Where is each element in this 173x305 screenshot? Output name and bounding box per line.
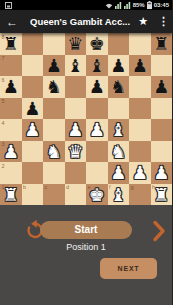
square-g3[interactable] [129,141,151,163]
piece-black-knight[interactable]: ♞ [110,76,126,97]
square-f2[interactable]: ♟ [108,162,130,184]
square-h5[interactable] [151,98,173,120]
coord-label-a5: 5 [2,98,6,104]
square-g6[interactable] [129,76,151,98]
notification-icon [5,2,12,9]
signal-bars-icon [124,1,131,9]
square-b2[interactable] [22,162,44,184]
square-c7[interactable]: ♟ [43,55,65,77]
app-screen: 85% 03:45 ← Queen's Gambit Acc... ★ ⋮ 8♜… [0,0,172,305]
square-d6[interactable] [65,76,87,98]
square-h2[interactable]: ♟ [151,162,173,184]
wifi-icon [105,2,113,9]
square-d7[interactable]: ♝ [65,55,87,77]
piece-black-knight[interactable]: ♞ [46,76,62,97]
square-g7[interactable]: ♟ [129,55,151,77]
square-d3[interactable]: ♛ [65,141,87,163]
back-button[interactable]: ← [6,15,22,29]
chess-board: 8♜♛♚♜7♟♝♝♟♟6♟♞♟♞♟5♟4♟♟♟♝3♟♞♛♞2♟♟♟1a♜bcde… [0,33,172,205]
square-g1[interactable]: g [129,184,151,206]
square-e6[interactable]: ♟ [86,76,108,98]
square-c8[interactable] [43,33,65,55]
square-g2[interactable]: ♟ [129,162,151,184]
square-b8[interactable] [22,33,44,55]
square-e4[interactable]: ♟ [86,119,108,141]
square-c6[interactable]: ♞ [43,76,65,98]
square-a2[interactable]: 2 [0,162,22,184]
overflow-menu-icon[interactable]: ⋮ [158,15,166,28]
square-a5[interactable]: 5 [0,98,22,120]
square-d1[interactable]: d [65,184,87,206]
square-f7[interactable]: ♟ [108,55,130,77]
piece-white-bishop[interactable]: ♝ [110,184,126,205]
piece-black-pawn[interactable]: ♟ [46,55,62,76]
square-a6[interactable]: 6♟ [0,76,22,98]
square-c1[interactable]: c [43,184,65,206]
piece-black-pawn[interactable]: ♟ [24,98,40,119]
piece-white-rook[interactable]: ♜ [3,184,19,205]
piece-white-pawn[interactable]: ♟ [67,119,83,140]
coord-label-a7: 7 [2,55,6,61]
piece-white-pawn[interactable]: ♟ [110,162,126,183]
piece-black-bishop[interactable]: ♝ [67,55,83,76]
square-h7[interactable] [151,55,173,77]
square-h6[interactable]: ♟ [151,76,173,98]
coord-label-b1: b [23,184,27,190]
app-bar: ← Queen's Gambit Acc... ★ ⋮ [0,10,172,33]
square-a1[interactable]: 1a♜ [0,184,22,206]
square-g4[interactable] [129,119,151,141]
page-title: Queen's Gambit Acc... [30,16,138,27]
square-e1[interactable]: e♚ [86,184,108,206]
square-c2[interactable] [43,162,65,184]
battery-icon [147,1,152,9]
square-a3[interactable]: 3♟ [0,141,22,163]
square-d4[interactable]: ♟ [65,119,87,141]
start-button[interactable]: Start [40,221,132,239]
square-h3[interactable] [151,141,173,163]
piece-white-queen[interactable]: ♛ [67,141,83,162]
square-d2[interactable] [65,162,87,184]
square-b4[interactable]: ♟ [22,119,44,141]
status-bar: 85% 03:45 [0,0,172,10]
piece-black-king[interactable]: ♚ [89,33,105,54]
square-f4[interactable]: ♝ [108,119,130,141]
square-g8[interactable] [129,33,151,55]
square-e3[interactable] [86,141,108,163]
square-f5[interactable] [108,98,130,120]
coord-label-a4: 4 [2,120,6,126]
piece-black-pawn[interactable]: ♟ [89,76,105,97]
next-button[interactable]: NEXT [100,258,157,279]
piece-white-pawn[interactable]: ♟ [3,141,19,162]
square-e2[interactable] [86,162,108,184]
chevron-right-icon[interactable] [152,220,166,242]
coord-label-d1: d [66,184,70,190]
piece-black-rook[interactable]: ♜ [153,33,169,54]
square-e8[interactable]: ♚ [86,33,108,55]
piece-white-king[interactable]: ♚ [89,184,105,205]
square-h8[interactable]: ♜ [151,33,173,55]
square-b3[interactable] [22,141,44,163]
square-d5[interactable] [65,98,87,120]
square-b7[interactable] [22,55,44,77]
piece-black-bishop[interactable]: ♝ [89,55,105,76]
piece-black-pawn[interactable]: ♟ [110,55,126,76]
piece-white-pawn[interactable]: ♟ [24,119,40,140]
piece-black-rook[interactable]: ♜ [3,33,19,54]
square-f6[interactable]: ♞ [108,76,130,98]
battery-percent: 85% [133,0,145,10]
square-e5[interactable] [86,98,108,120]
square-b1[interactable]: b [22,184,44,206]
square-c3[interactable]: ♞ [43,141,65,163]
square-a4[interactable]: 4 [0,119,22,141]
square-g5[interactable] [129,98,151,120]
square-b5[interactable]: ♟ [22,98,44,120]
square-f3[interactable]: ♞ [108,141,130,163]
square-d8[interactable]: ♛ [65,33,87,55]
square-h1[interactable]: h♜ [151,184,173,206]
square-f8[interactable] [108,33,130,55]
square-c5[interactable] [43,98,65,120]
piece-black-pawn[interactable]: ♟ [153,76,169,97]
square-b6[interactable] [22,76,44,98]
square-h4[interactable] [151,119,173,141]
piece-white-bishop[interactable]: ♝ [110,119,126,140]
piece-black-pawn[interactable]: ♟ [132,55,148,76]
piece-white-knight[interactable]: ♞ [46,141,62,162]
piece-black-pawn[interactable]: ♟ [3,76,19,97]
piece-white-pawn[interactable]: ♟ [89,119,105,140]
piece-black-queen[interactable]: ♛ [67,33,83,54]
coord-label-g1: g [131,184,135,190]
favorite-star-icon[interactable]: ★ [138,15,148,28]
square-c4[interactable] [43,119,65,141]
clock: 03:45 [154,0,169,10]
piece-white-knight[interactable]: ♞ [110,141,126,162]
control-panel: Start Position 1 NEXT [0,205,172,305]
position-label: Position 1 [0,242,172,252]
coord-label-a2: 2 [2,163,6,169]
piece-white-rook[interactable]: ♜ [153,184,169,205]
coord-label-c1: c [45,184,48,190]
piece-white-pawn[interactable]: ♟ [153,162,169,183]
square-f1[interactable]: f♝ [108,184,130,206]
square-a7[interactable]: 7 [0,55,22,77]
square-a8[interactable]: 8♜ [0,33,22,55]
piece-white-pawn[interactable]: ♟ [132,162,148,183]
signal-bars-icon [115,1,122,9]
square-e7[interactable]: ♝ [86,55,108,77]
